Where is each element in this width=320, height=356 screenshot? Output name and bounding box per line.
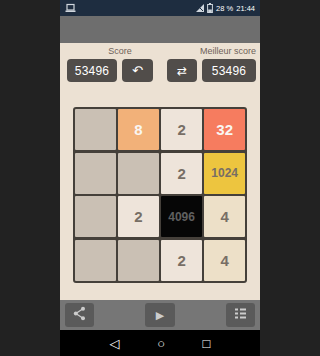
laptop-icon	[65, 3, 76, 13]
battery-percent: 28 %	[216, 4, 233, 13]
play-button[interactable]: ▶	[145, 303, 175, 327]
share-icon	[73, 306, 86, 325]
swap-icon: ⇄	[177, 64, 187, 78]
best-score-value: 53496	[202, 59, 256, 82]
battery-icon	[207, 3, 213, 13]
leaderboard-button[interactable]	[226, 303, 255, 327]
status-bar: 28 % 21:44	[60, 0, 260, 16]
tile-r2c4: 1024	[204, 153, 245, 194]
swap-button[interactable]: ⇄	[167, 59, 197, 82]
tile-r4c1	[75, 240, 116, 281]
signal-icon	[196, 4, 204, 12]
tile-r2c2	[118, 153, 159, 194]
recents-icon[interactable]: □	[203, 337, 211, 350]
best-score-label: Meilleur score	[185, 46, 260, 56]
tile-r3c4: 4	[204, 196, 245, 237]
tile-r3c1	[75, 196, 116, 237]
board-grid[interactable]: 82322102424096424	[73, 107, 247, 283]
tile-r1c3: 2	[161, 109, 202, 150]
tile-r1c2: 8	[118, 109, 159, 150]
phone-screen: 28 % 21:44 Score Meilleur score 53496 ↶ …	[60, 0, 260, 356]
tile-r4c2	[118, 240, 159, 281]
tile-r4c3: 2	[161, 240, 202, 281]
undo-button[interactable]: ↶	[122, 59, 153, 82]
back-icon[interactable]: ◁	[110, 337, 120, 350]
tile-r2c1	[75, 153, 116, 194]
tile-r1c1	[75, 109, 116, 150]
play-icon: ▶	[156, 309, 164, 322]
score-value: 53496	[67, 59, 117, 82]
tile-r1c4: 32	[204, 109, 245, 150]
tile-r3c2: 2	[118, 196, 159, 237]
tile-r3c3: 4096	[161, 196, 202, 237]
app-bar	[60, 16, 260, 43]
undo-icon: ↶	[132, 63, 143, 78]
home-icon[interactable]: ○	[157, 337, 165, 350]
list-icon	[234, 306, 247, 324]
tile-r2c3: 2	[161, 153, 202, 194]
share-button[interactable]	[65, 303, 94, 327]
status-time: 21:44	[236, 4, 255, 13]
score-label: Score	[77, 46, 163, 56]
tile-r4c4: 4	[204, 240, 245, 281]
android-nav-bar: ◁ ○ □	[60, 330, 260, 356]
bottom-toolbar: ▶	[60, 300, 260, 330]
